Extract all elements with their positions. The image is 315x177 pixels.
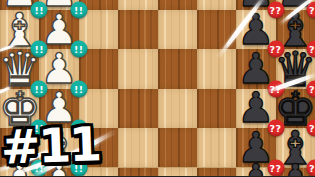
- square[interactable]: [158, 168, 197, 177]
- annotation-badge-brilliant: !!: [31, 41, 48, 58]
- square[interactable]: [158, 89, 197, 128]
- annotation-badge-blunder: ??: [267, 1, 284, 18]
- annotation-badge-blunder: ??: [267, 120, 284, 137]
- square[interactable]: [197, 128, 236, 167]
- chess-board-viewport: ♟!!♟!!♟??♟??♝!!♟!!♟??♝??♛!!♟!!♟??♛??♚!!♟…: [0, 0, 315, 176]
- square[interactable]: [118, 168, 157, 177]
- square[interactable]: [197, 89, 236, 128]
- square[interactable]: [158, 49, 197, 88]
- square[interactable]: [197, 168, 236, 177]
- annotation-badge-brilliant: !!: [31, 1, 48, 18]
- square[interactable]: [158, 0, 197, 10]
- annotation-badge-blunder: ??: [267, 159, 284, 176]
- square[interactable]: [158, 128, 197, 167]
- annotation-badge-brilliant: !!: [70, 1, 87, 18]
- puzzle-number-label: #11: [0, 120, 100, 170]
- square[interactable]: [158, 10, 197, 49]
- annotation-badge-brilliant: !!: [31, 80, 48, 97]
- annotation-badge-brilliant: !!: [70, 41, 87, 58]
- square[interactable]: [118, 89, 157, 128]
- square[interactable]: [197, 0, 236, 10]
- square[interactable]: [118, 0, 157, 10]
- square[interactable]: [118, 10, 157, 49]
- square[interactable]: [118, 128, 157, 167]
- annotation-badge-brilliant: !!: [70, 80, 87, 97]
- square[interactable]: [197, 49, 236, 88]
- square[interactable]: [118, 49, 157, 88]
- annotation-badge-blunder: ??: [267, 41, 284, 58]
